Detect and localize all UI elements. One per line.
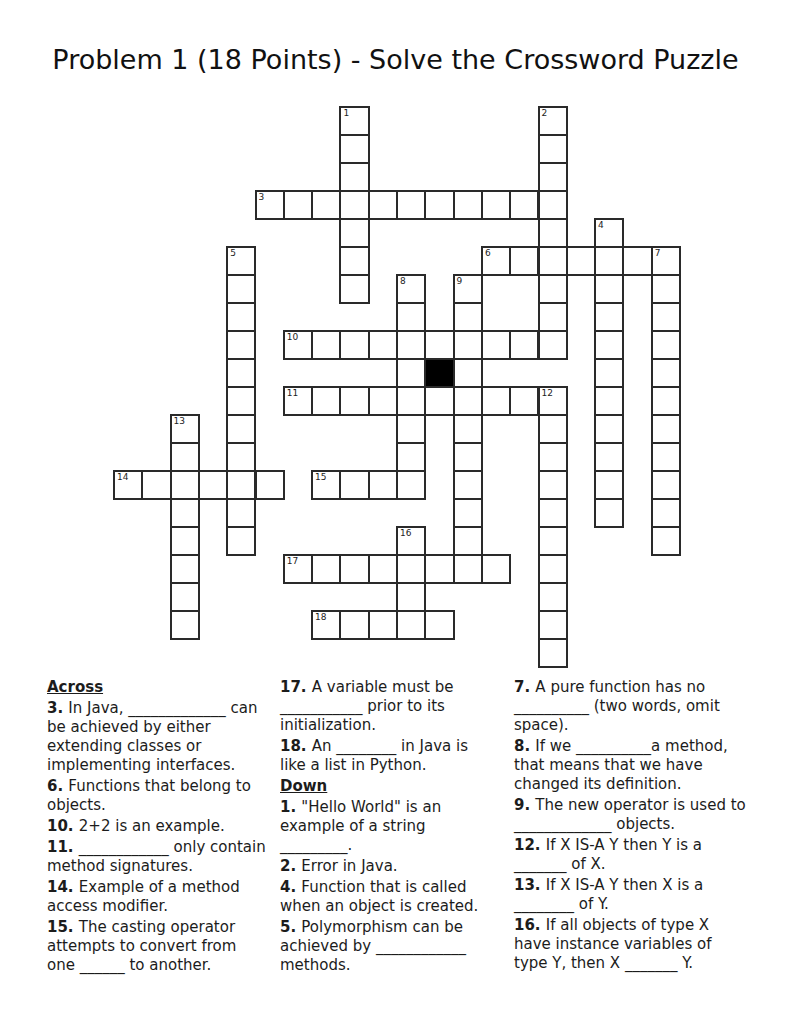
grid-cell[interactable]: 2 (538, 106, 568, 136)
grid-cell[interactable]: 6 (481, 246, 511, 276)
clue-section-header-across: Across (47, 678, 267, 697)
grid-cell[interactable] (651, 498, 681, 528)
grid-cell[interactable] (453, 498, 483, 528)
grid-cell[interactable] (538, 330, 568, 360)
worksheet-page: Problem 1 (18 Points) - Solve the Crossw… (0, 0, 791, 1024)
clue-number-5: 5 (230, 249, 236, 258)
grid-cell[interactable] (509, 190, 539, 220)
grid-cell[interactable] (198, 470, 228, 500)
grid-cell[interactable] (339, 554, 369, 584)
grid-cell[interactable] (226, 498, 256, 528)
grid-cell[interactable] (396, 442, 426, 472)
grid-cell[interactable] (226, 302, 256, 332)
grid-cell[interactable] (170, 498, 200, 528)
clue-18: 18. An ________ in Java is like a list i… (280, 737, 494, 775)
grid-cell[interactable] (509, 386, 539, 416)
grid-cell[interactable] (396, 554, 426, 584)
grid-cell[interactable] (339, 330, 369, 360)
clue-number-15: 15 (315, 473, 326, 482)
blocked-cell (424, 358, 454, 388)
grid-cell[interactable] (481, 190, 511, 220)
grid-cell[interactable] (311, 330, 341, 360)
clue-9: 9. The new operator is used to _________… (514, 796, 746, 834)
grid-cell[interactable] (339, 218, 369, 248)
clue-number-8: 8 (400, 277, 406, 286)
grid-cell[interactable] (538, 414, 568, 444)
grid-cell[interactable] (311, 386, 341, 416)
grid-cell[interactable]: 5 (226, 246, 256, 276)
grid-cell[interactable] (226, 274, 256, 304)
grid-cell[interactable] (453, 190, 483, 220)
grid-cell[interactable] (481, 386, 511, 416)
clue-column-down: 7. A pure function has no __________ (tw… (514, 678, 746, 975)
page-title: Problem 1 (18 Points) - Solve the Crossw… (0, 44, 791, 75)
grid-cell[interactable] (453, 554, 483, 584)
clue-number-7: 7 (655, 249, 661, 258)
grid-cell[interactable] (538, 246, 568, 276)
clue-column-middle: 17. A variable must be ___________ prior… (280, 678, 494, 977)
grid-cell[interactable] (368, 190, 398, 220)
grid-cell[interactable]: 18 (311, 610, 341, 640)
grid-cell[interactable] (453, 442, 483, 472)
grid-cell[interactable] (424, 386, 454, 416)
clue-15: 15. The casting operator attempts to con… (47, 918, 267, 975)
grid-cell[interactable] (368, 386, 398, 416)
grid-cell[interactable] (594, 358, 624, 388)
clue-1: 1. "Hello World" is an example of a stri… (280, 798, 494, 855)
grid-cell[interactable] (424, 554, 454, 584)
clue-number-1: 1 (343, 109, 349, 118)
grid-cell[interactable] (170, 610, 200, 640)
clue-16: 16. If all objects of type X have instan… (514, 916, 746, 973)
clue-number-6: 6 (485, 249, 491, 258)
grid-cell[interactable] (538, 554, 568, 584)
grid-cell[interactable] (622, 246, 652, 276)
grid-cell[interactable] (396, 330, 426, 360)
clue-13: 13. If X IS-A Y then X is a ________ of … (514, 876, 746, 914)
clue-number-16: 16 (400, 529, 411, 538)
grid-cell[interactable] (566, 246, 596, 276)
grid-cell[interactable] (339, 246, 369, 276)
grid-cell[interactable] (226, 414, 256, 444)
clue-8: 8. If we __________a method, that means … (514, 737, 746, 794)
grid-cell[interactable] (651, 302, 681, 332)
grid-cell[interactable] (594, 470, 624, 500)
grid-cell[interactable] (339, 190, 369, 220)
clue-number-3: 3 (259, 193, 265, 202)
grid-cell[interactable] (453, 358, 483, 388)
grid-cell[interactable] (538, 610, 568, 640)
grid-cell[interactable]: 4 (594, 218, 624, 248)
grid-cell[interactable] (255, 470, 285, 500)
grid-cell[interactable] (538, 218, 568, 248)
grid-cell[interactable] (226, 470, 256, 500)
grid-cell[interactable] (339, 610, 369, 640)
grid-cell[interactable] (339, 134, 369, 164)
grid-cell[interactable] (538, 582, 568, 612)
clue-7: 7. A pure function has no __________ (tw… (514, 678, 746, 735)
grid-cell[interactable] (651, 442, 681, 472)
grid-cell[interactable] (538, 302, 568, 332)
grid-cell[interactable] (594, 274, 624, 304)
grid-cell[interactable] (453, 526, 483, 556)
grid-cell[interactable] (594, 386, 624, 416)
grid-cell[interactable] (339, 162, 369, 192)
grid-cell[interactable]: 3 (255, 190, 285, 220)
grid-cell[interactable]: 13 (170, 414, 200, 444)
grid-cell[interactable] (141, 470, 171, 500)
grid-cell[interactable] (538, 498, 568, 528)
clue-5: 5. Polymorphism can be achieved by _____… (280, 918, 494, 975)
grid-cell[interactable] (424, 610, 454, 640)
grid-cell[interactable] (594, 498, 624, 528)
grid-cell[interactable]: 8 (396, 274, 426, 304)
grid-cell[interactable] (311, 554, 341, 584)
grid-cell[interactable] (368, 554, 398, 584)
grid-cell[interactable]: 15 (311, 470, 341, 500)
grid-cell[interactable] (509, 246, 539, 276)
clue-number-18: 18 (315, 613, 326, 622)
clue-number-2: 2 (542, 109, 548, 118)
grid-cell[interactable] (538, 470, 568, 500)
grid-cell[interactable] (170, 526, 200, 556)
grid-cell[interactable] (538, 162, 568, 192)
grid-cell[interactable] (396, 470, 426, 500)
grid-cell[interactable] (226, 386, 256, 416)
grid-cell[interactable] (651, 414, 681, 444)
grid-cell[interactable] (170, 582, 200, 612)
grid-cell[interactable] (283, 190, 313, 220)
crossword-grid: 123456789101112131415161718 (113, 106, 679, 666)
grid-cell[interactable]: 10 (283, 330, 313, 360)
clue-number-4: 4 (598, 221, 604, 230)
grid-cell[interactable] (396, 190, 426, 220)
grid-cell[interactable] (424, 330, 454, 360)
grid-cell[interactable] (339, 470, 369, 500)
grid-cell[interactable] (481, 554, 511, 584)
grid-cell[interactable] (311, 190, 341, 220)
grid-cell[interactable] (396, 582, 426, 612)
grid-cell[interactable] (396, 414, 426, 444)
grid-cell[interactable] (594, 442, 624, 472)
clue-section-header-down: Down (280, 777, 494, 796)
grid-cell[interactable] (651, 526, 681, 556)
grid-cell[interactable] (226, 358, 256, 388)
grid-cell[interactable] (594, 414, 624, 444)
grid-cell[interactable] (651, 386, 681, 416)
grid-cell[interactable] (226, 330, 256, 360)
grid-cell[interactable] (594, 246, 624, 276)
grid-cell[interactable]: 1 (339, 106, 369, 136)
grid-cell[interactable] (170, 554, 200, 584)
clue-11: 11. ____________ only contain method sig… (47, 838, 267, 876)
grid-cell[interactable] (538, 526, 568, 556)
grid-cell[interactable] (396, 386, 426, 416)
grid-cell[interactable] (594, 330, 624, 360)
clue-12: 12. If X IS-A Y then Y is a _______ of X… (514, 836, 746, 874)
clue-2: 2. Error in Java. (280, 857, 494, 876)
grid-cell[interactable] (453, 414, 483, 444)
grid-cell[interactable]: 11 (283, 386, 313, 416)
grid-cell[interactable] (538, 638, 568, 668)
grid-cell[interactable] (538, 190, 568, 220)
grid-cell[interactable] (453, 330, 483, 360)
grid-cell[interactable] (538, 274, 568, 304)
grid-cell[interactable] (509, 330, 539, 360)
clue-number-10: 10 (287, 333, 298, 342)
clue-number-17: 17 (287, 557, 298, 566)
grid-cell[interactable] (396, 302, 426, 332)
grid-cell[interactable] (453, 470, 483, 500)
grid-cell[interactable] (538, 134, 568, 164)
grid-cell[interactable] (538, 442, 568, 472)
clue-10: 10. 2+2 is an example. (47, 817, 267, 836)
grid-cell[interactable] (339, 274, 369, 304)
grid-cell[interactable] (651, 330, 681, 360)
grid-cell[interactable]: 16 (396, 526, 426, 556)
grid-cell[interactable] (594, 302, 624, 332)
grid-cell[interactable]: 9 (453, 274, 483, 304)
grid-cell[interactable] (651, 470, 681, 500)
clue-number-12: 12 (542, 389, 553, 398)
grid-cell[interactable] (453, 302, 483, 332)
clue-4: 4. Function that is called when an objec… (280, 878, 494, 916)
clue-17: 17. A variable must be ___________ prior… (280, 678, 494, 735)
grid-cell[interactable]: 7 (651, 246, 681, 276)
grid-cell[interactable] (226, 442, 256, 472)
grid-cell[interactable] (339, 386, 369, 416)
clue-number-11: 11 (287, 389, 298, 398)
grid-cell[interactable] (481, 330, 511, 360)
clue-number-14: 14 (117, 473, 128, 482)
grid-cell[interactable] (424, 190, 454, 220)
grid-cell[interactable]: 17 (283, 554, 313, 584)
clue-number-9: 9 (457, 277, 463, 286)
clue-14: 14. Example of a method access modifier. (47, 878, 267, 916)
grid-cell[interactable]: 12 (538, 386, 568, 416)
grid-cell[interactable] (651, 358, 681, 388)
grid-cell[interactable] (170, 470, 200, 500)
clue-3: 3. In Java, _____________ can be achieve… (47, 699, 267, 775)
grid-cell[interactable] (453, 386, 483, 416)
grid-cell[interactable] (651, 274, 681, 304)
grid-cell[interactable] (226, 526, 256, 556)
grid-cell[interactable] (396, 358, 426, 388)
grid-cell[interactable] (368, 330, 398, 360)
grid-cell[interactable] (170, 442, 200, 472)
grid-cell[interactable] (368, 470, 398, 500)
clue-column-across: Across3. In Java, _____________ can be a… (47, 678, 267, 977)
grid-cell[interactable] (396, 610, 426, 640)
clue-number-13: 13 (174, 417, 185, 426)
clue-6: 6. Functions that belong to objects. (47, 777, 267, 815)
grid-cell[interactable]: 14 (113, 470, 143, 500)
grid-cell[interactable] (368, 610, 398, 640)
